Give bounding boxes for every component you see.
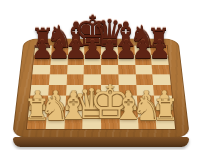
chess-board-frame bbox=[12, 39, 190, 138]
square-h1 bbox=[156, 118, 175, 130]
square-b6 bbox=[49, 65, 67, 75]
square-g8 bbox=[134, 45, 151, 54]
square-f4 bbox=[118, 85, 136, 96]
square-g6 bbox=[135, 65, 153, 75]
square-a6 bbox=[32, 65, 50, 75]
square-h4 bbox=[153, 85, 171, 96]
square-c2 bbox=[65, 106, 84, 117]
square-a1 bbox=[27, 118, 46, 130]
square-c1 bbox=[64, 118, 83, 130]
square-d7 bbox=[84, 55, 101, 65]
square-e4 bbox=[101, 85, 119, 96]
square-b4 bbox=[48, 85, 66, 96]
square-g1 bbox=[137, 118, 156, 130]
board-front-edge bbox=[13, 137, 189, 147]
square-b2 bbox=[46, 106, 65, 117]
square-c5 bbox=[66, 75, 84, 85]
square-b5 bbox=[49, 75, 67, 85]
square-e2 bbox=[101, 106, 119, 117]
chess-photo: ♜♞♝♚♛♝♞♜♟♟♟♟♟♟♟♟♟♟♟♟♟♟♟♟♜♞♝♛♚♝♞♜ bbox=[0, 0, 202, 150]
square-h8 bbox=[150, 45, 167, 54]
square-e7 bbox=[101, 55, 118, 65]
square-f3 bbox=[119, 95, 137, 106]
square-b7 bbox=[50, 55, 67, 65]
square-e6 bbox=[101, 65, 118, 75]
square-g3 bbox=[136, 95, 155, 106]
square-h3 bbox=[154, 95, 173, 106]
square-c4 bbox=[66, 85, 84, 96]
square-d2 bbox=[83, 106, 101, 117]
square-f1 bbox=[119, 118, 138, 130]
square-e3 bbox=[101, 95, 119, 106]
square-g7 bbox=[134, 55, 151, 65]
square-f7 bbox=[118, 55, 135, 65]
square-h2 bbox=[155, 106, 174, 117]
square-e8 bbox=[101, 45, 118, 54]
square-h5 bbox=[153, 75, 171, 85]
square-b1 bbox=[45, 118, 64, 130]
square-d4 bbox=[83, 85, 101, 96]
square-f2 bbox=[119, 106, 138, 117]
square-d1 bbox=[82, 118, 101, 130]
square-c7 bbox=[67, 55, 84, 65]
square-b8 bbox=[51, 45, 68, 54]
square-e1 bbox=[101, 118, 120, 130]
square-c3 bbox=[65, 95, 83, 106]
square-a2 bbox=[28, 106, 47, 117]
square-c8 bbox=[68, 45, 85, 54]
square-d3 bbox=[83, 95, 101, 106]
square-g5 bbox=[135, 75, 153, 85]
square-a7 bbox=[33, 55, 51, 65]
square-a8 bbox=[34, 45, 51, 54]
square-a4 bbox=[30, 85, 48, 96]
square-h7 bbox=[151, 55, 169, 65]
square-h6 bbox=[152, 65, 170, 75]
square-a5 bbox=[31, 75, 49, 85]
square-a3 bbox=[29, 95, 48, 106]
square-f6 bbox=[118, 65, 135, 75]
square-d5 bbox=[84, 75, 101, 85]
square-g2 bbox=[137, 106, 156, 117]
square-e5 bbox=[101, 75, 118, 85]
square-g4 bbox=[136, 85, 154, 96]
square-f8 bbox=[117, 45, 134, 54]
square-d8 bbox=[84, 45, 101, 54]
board-grid bbox=[27, 45, 175, 129]
square-c6 bbox=[67, 65, 84, 75]
square-d6 bbox=[84, 65, 101, 75]
square-b3 bbox=[47, 95, 66, 106]
square-f5 bbox=[118, 75, 136, 85]
